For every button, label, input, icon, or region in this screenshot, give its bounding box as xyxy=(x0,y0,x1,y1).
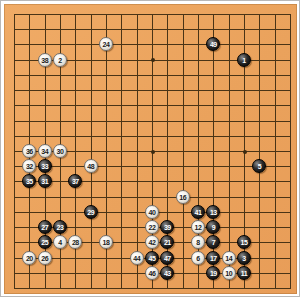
white-stone-14[interactable]: 14 xyxy=(222,251,236,265)
white-stone-6[interactable]: 6 xyxy=(191,251,205,265)
white-stone-40[interactable]: 40 xyxy=(145,205,159,219)
hoshi-point xyxy=(243,150,247,154)
grid-line-vertical xyxy=(275,14,276,289)
hoshi-point xyxy=(151,150,155,154)
grid-line-horizontal xyxy=(14,181,291,182)
grid-line-horizontal xyxy=(14,166,291,167)
white-stone-24[interactable]: 24 xyxy=(99,37,113,51)
black-stone-31[interactable]: 31 xyxy=(38,174,52,188)
white-stone-20[interactable]: 20 xyxy=(22,251,36,265)
white-stone-18[interactable]: 18 xyxy=(99,235,113,249)
black-stone-37[interactable]: 37 xyxy=(68,174,82,188)
grid-line-horizontal xyxy=(14,288,291,289)
black-stone-7[interactable]: 7 xyxy=(206,235,220,249)
white-stone-32[interactable]: 32 xyxy=(22,159,36,173)
white-stone-22[interactable]: 22 xyxy=(145,220,159,234)
black-stone-29[interactable]: 29 xyxy=(84,205,98,219)
white-stone-16[interactable]: 16 xyxy=(176,190,190,204)
black-stone-49[interactable]: 49 xyxy=(206,37,220,51)
white-stone-28[interactable]: 28 xyxy=(68,235,82,249)
grid-line-vertical xyxy=(183,14,184,289)
black-stone-5[interactable]: 5 xyxy=(252,159,266,173)
black-stone-33[interactable]: 33 xyxy=(38,159,52,173)
white-stone-8[interactable]: 8 xyxy=(191,235,205,249)
black-stone-41[interactable]: 41 xyxy=(191,205,205,219)
white-stone-46[interactable]: 46 xyxy=(145,266,159,280)
hoshi-point xyxy=(151,58,155,62)
black-stone-47[interactable]: 47 xyxy=(160,251,174,265)
black-stone-39[interactable]: 39 xyxy=(160,220,174,234)
black-stone-13[interactable]: 13 xyxy=(206,205,220,219)
grid-line-horizontal xyxy=(14,197,291,198)
go-board[interactable]: 1234567891011121314151617181920212223242… xyxy=(4,4,297,294)
black-stone-25[interactable]: 25 xyxy=(38,235,52,249)
white-stone-34[interactable]: 34 xyxy=(38,144,52,158)
black-stone-43[interactable]: 43 xyxy=(160,266,174,280)
white-stone-42[interactable]: 42 xyxy=(145,235,159,249)
black-stone-3[interactable]: 3 xyxy=(237,251,251,265)
black-stone-21[interactable]: 21 xyxy=(160,235,174,249)
white-stone-2[interactable]: 2 xyxy=(53,53,67,67)
white-stone-26[interactable]: 26 xyxy=(38,251,52,265)
black-stone-27[interactable]: 27 xyxy=(38,220,52,234)
black-stone-19[interactable]: 19 xyxy=(206,266,220,280)
kifu-diagram: 1234567891011121314151617181920212223242… xyxy=(0,0,300,297)
white-stone-12[interactable]: 12 xyxy=(191,220,205,234)
white-stone-48[interactable]: 48 xyxy=(84,159,98,173)
white-stone-4[interactable]: 4 xyxy=(53,235,67,249)
black-stone-1[interactable]: 1 xyxy=(237,53,251,67)
white-stone-44[interactable]: 44 xyxy=(130,251,144,265)
white-stone-38[interactable]: 38 xyxy=(38,53,52,67)
black-stone-35[interactable]: 35 xyxy=(22,174,36,188)
black-stone-15[interactable]: 15 xyxy=(237,235,251,249)
white-stone-30[interactable]: 30 xyxy=(53,144,67,158)
black-stone-11[interactable]: 11 xyxy=(237,266,251,280)
black-stone-23[interactable]: 23 xyxy=(53,220,67,234)
white-stone-36[interactable]: 36 xyxy=(22,144,36,158)
grid-line-vertical xyxy=(259,14,260,289)
black-stone-17[interactable]: 17 xyxy=(206,251,220,265)
black-stone-9[interactable]: 9 xyxy=(206,220,220,234)
white-stone-10[interactable]: 10 xyxy=(222,266,236,280)
black-stone-45[interactable]: 45 xyxy=(145,251,159,265)
grid-line-vertical xyxy=(290,14,291,289)
grid-line-vertical xyxy=(229,14,230,289)
